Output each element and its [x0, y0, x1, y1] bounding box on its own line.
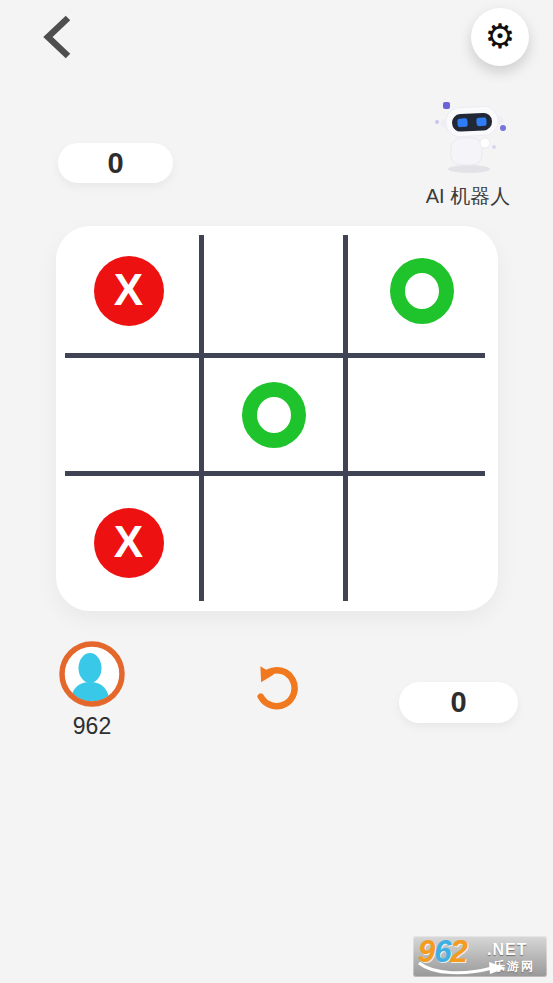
undo-button[interactable] [251, 661, 301, 711]
cell-r2c1[interactable] [201, 474, 346, 611]
gear-icon: ⚙ [485, 19, 515, 53]
back-button[interactable] [42, 15, 74, 59]
cell-r1c1[interactable] [201, 356, 346, 474]
x-piece: X [94, 508, 164, 578]
score-pill-top: 0 [58, 143, 173, 183]
player-avatar-icon [59, 641, 125, 707]
cell-r0c2[interactable] [346, 226, 498, 356]
board-grid: XX [56, 226, 498, 611]
cell-r1c0[interactable] [56, 356, 201, 474]
player-name: 962 [52, 713, 132, 740]
cell-r2c2[interactable] [346, 474, 498, 611]
score-top-value: 0 [107, 147, 123, 180]
chevron-left-icon [42, 15, 74, 59]
x-piece: X [94, 256, 164, 326]
score-bottom-value: 0 [450, 686, 466, 719]
game-screen: ⚙ 0 AI 机器人 [0, 0, 553, 983]
cell-r0c1[interactable] [201, 226, 346, 356]
o-piece [242, 382, 306, 448]
cell-r1c2[interactable] [346, 356, 498, 474]
watermark-swoosh-arrow [416, 961, 516, 977]
undo-icon [251, 661, 301, 711]
robot-icon [424, 92, 512, 176]
ai-opponent: AI 机器人 [408, 92, 528, 210]
ai-label: AI 机器人 [408, 183, 528, 210]
cell-r2c0[interactable]: X [56, 474, 201, 611]
watermark-962net: 962 .NET 乐游网 [413, 936, 547, 977]
score-pill-bottom: 0 [399, 682, 518, 723]
watermark-tld: .NET [487, 941, 527, 959]
o-piece [390, 258, 454, 324]
cell-r0c0[interactable]: X [56, 226, 201, 356]
settings-button[interactable]: ⚙ [471, 8, 529, 66]
player-block: 962 [52, 641, 132, 740]
tic-tac-toe-board: XX [56, 226, 498, 611]
